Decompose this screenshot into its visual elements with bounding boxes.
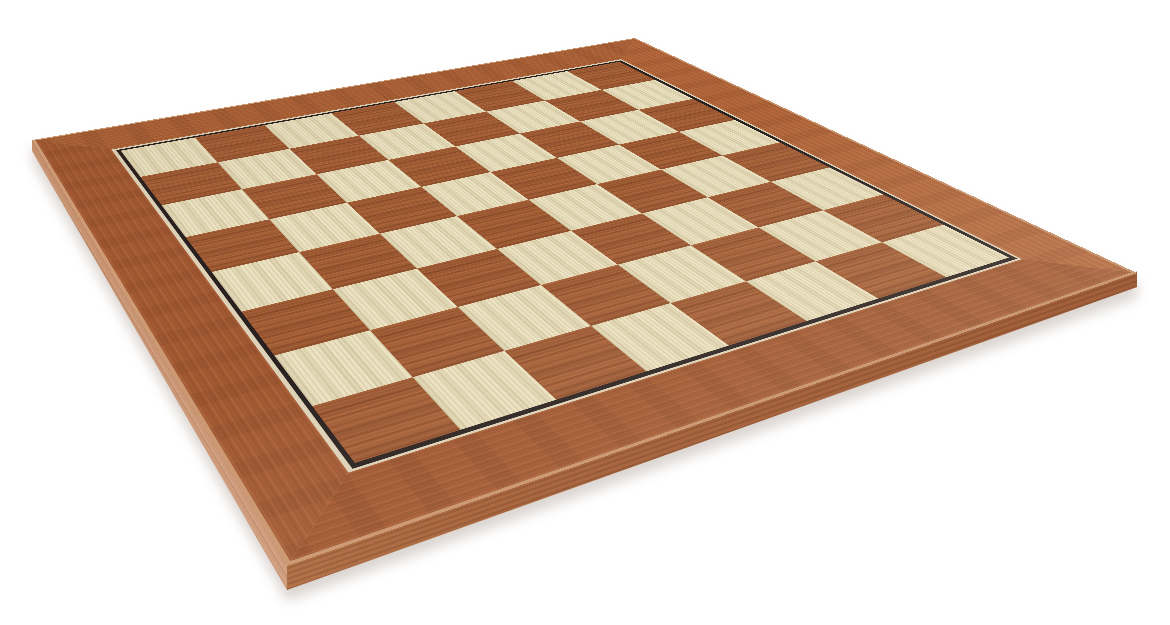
product-photo-scene bbox=[0, 0, 1170, 625]
